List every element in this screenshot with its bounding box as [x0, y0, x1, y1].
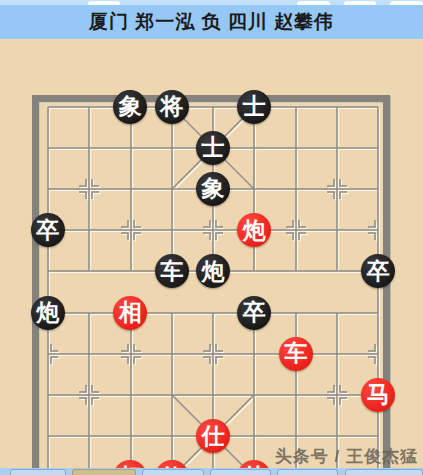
- piece-black-general[interactable]: 将: [155, 90, 189, 124]
- piece-red-horse[interactable]: 马: [361, 378, 395, 412]
- bottom-tab[interactable]: [72, 469, 136, 475]
- bottom-tab[interactable]: [210, 469, 271, 475]
- bottom-tab[interactable]: [277, 469, 338, 475]
- piece-black-pawn[interactable]: 卒: [237, 296, 271, 330]
- piece-red-advisor[interactable]: 仕: [196, 419, 230, 453]
- piece-black-pawn[interactable]: 卒: [31, 213, 65, 247]
- piece-black-cannon[interactable]: 炮: [31, 296, 65, 330]
- piece-red-chariot[interactable]: 车: [279, 337, 313, 371]
- bottom-tab[interactable]: [142, 469, 204, 475]
- match-title: 厦门 郑一泓 负 四川 赵攀伟: [89, 9, 334, 35]
- piece-black-elephant[interactable]: 象: [113, 90, 147, 124]
- piece-red-elephant[interactable]: 相: [113, 296, 147, 330]
- title-bar: 厦门 郑一泓 负 四川 赵攀伟: [0, 5, 423, 41]
- watermark: 头条号 / 王俊杰猛: [275, 445, 418, 468]
- piece-red-cannon[interactable]: 炮: [237, 213, 271, 247]
- piece-black-advisor[interactable]: 士: [237, 90, 271, 124]
- piece-black-cannon[interactable]: 炮: [196, 254, 230, 288]
- bottom-tab[interactable]: [345, 469, 423, 475]
- page-root: 厦门 郑一泓 负 四川 赵攀伟: [0, 0, 423, 475]
- board-area: 象将士士象卒炮车炮卒炮相卒车马仕相仕帅: [0, 39, 423, 468]
- piece-black-advisor[interactable]: 士: [196, 131, 230, 165]
- bottom-strip: [0, 468, 423, 475]
- bottom-tab[interactable]: [10, 469, 66, 475]
- piece-black-chariot[interactable]: 车: [155, 254, 189, 288]
- board-pieces: 象将士士象卒炮车炮卒炮相卒车马仕相仕帅: [27, 86, 399, 475]
- piece-black-elephant[interactable]: 象: [196, 172, 230, 206]
- piece-black-pawn[interactable]: 卒: [361, 254, 395, 288]
